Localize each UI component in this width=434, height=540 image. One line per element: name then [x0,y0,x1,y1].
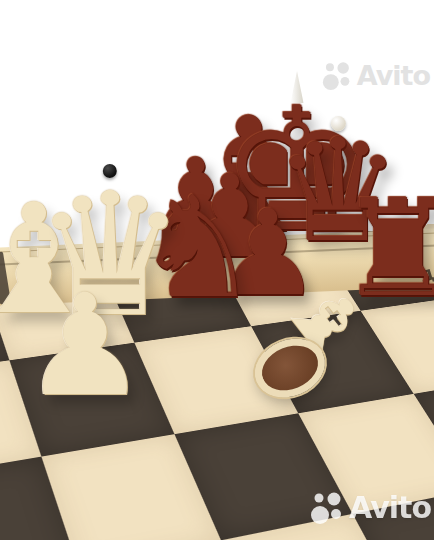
white-pawn: ♟ [22,276,148,416]
avito-logo-icon [310,491,344,525]
white-queen-finial-black-ball [103,164,117,178]
dark-king-finial-white-spike [291,71,304,103]
product-photo-scene: Д ♝♛♟♟♟♝♚♛♟♞♜♝ Avito Avito [0,0,434,540]
watermark-bottom-right: Avito [310,490,431,525]
dark-queen-finial-white-ball [331,116,346,131]
watermark-text: Avito [349,490,431,525]
